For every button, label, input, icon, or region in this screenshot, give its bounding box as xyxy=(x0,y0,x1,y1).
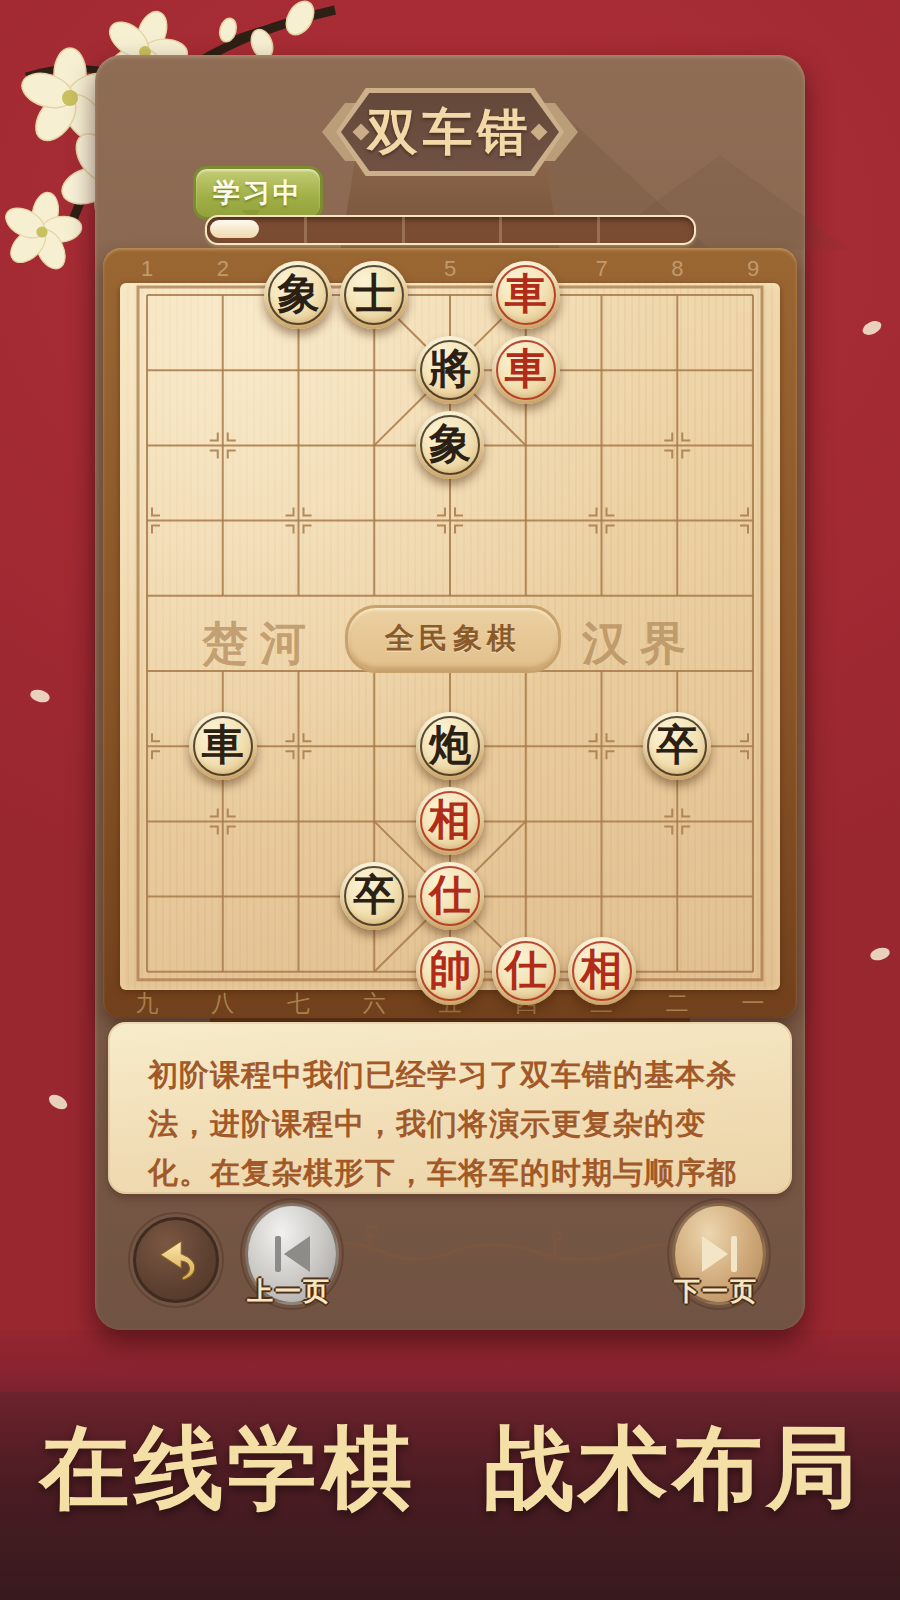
skip-forward-icon xyxy=(702,1236,737,1272)
piece-black-象[interactable]: 象 xyxy=(264,261,332,329)
piece-character: 卒 xyxy=(353,867,395,923)
next-page-label: 下一页 xyxy=(646,1274,786,1309)
lesson-text-line: 化。在复杂棋形下，车将军的时期与顺序都 xyxy=(148,1148,752,1197)
piece-black-車[interactable]: 車 xyxy=(189,712,257,780)
piece-red-帥[interactable]: 帥 xyxy=(416,937,484,1005)
piece-red-仕[interactable]: 仕 xyxy=(416,862,484,930)
status-badge-label: 学习中 xyxy=(213,175,303,211)
piece-red-車[interactable]: 車 xyxy=(492,336,560,404)
piece-black-炮[interactable]: 炮 xyxy=(416,712,484,780)
piece-black-士[interactable]: 士 xyxy=(340,261,408,329)
piece-black-將[interactable]: 將 xyxy=(416,336,484,404)
app-screen: 在线学棋 战术布局 双车错 学习中 楚河 汉界 全民象棋 123456789 九… xyxy=(0,0,900,1600)
piece-character: 卒 xyxy=(656,717,698,773)
lesson-textbox: 初阶课程中我们已经学习了双车错的基本杀 法，进阶课程中，我们将演示更复杂的变 化… xyxy=(108,1022,792,1194)
landscape-watermark xyxy=(300,1208,700,1278)
skip-back-icon xyxy=(275,1236,310,1272)
status-badge: 学习中 xyxy=(193,166,323,220)
falling-petal xyxy=(860,318,883,337)
falling-petal xyxy=(29,688,51,705)
piece-character: 將 xyxy=(429,341,471,397)
piece-red-相[interactable]: 相 xyxy=(568,937,636,1005)
lesson-title: 双车错 xyxy=(368,99,533,166)
lesson-progress-bar xyxy=(205,215,696,245)
pieces-layer: 象士車將車象車炮卒相卒仕帥仕相 xyxy=(109,257,791,1009)
falling-petal xyxy=(869,946,891,963)
piece-character: 帥 xyxy=(429,942,471,998)
piece-character: 車 xyxy=(505,341,547,397)
piece-black-卒[interactable]: 卒 xyxy=(340,862,408,930)
piece-character: 士 xyxy=(353,266,395,322)
piece-red-車[interactable]: 車 xyxy=(492,261,560,329)
prev-page-label: 上一页 xyxy=(219,1274,359,1309)
table-edge xyxy=(0,1330,900,1394)
marketing-tagline: 在线学棋 战术布局 xyxy=(0,1408,900,1530)
title-banner: 双车错 xyxy=(341,93,559,171)
piece-black-象[interactable]: 象 xyxy=(416,411,484,479)
piece-character: 相 xyxy=(429,792,471,848)
piece-character: 象 xyxy=(429,416,471,472)
lesson-text-line: 法，进阶课程中，我们将演示更复杂的变 xyxy=(148,1099,752,1148)
back-button[interactable] xyxy=(133,1217,219,1303)
piece-character: 象 xyxy=(277,266,319,322)
piece-character: 仕 xyxy=(429,867,471,923)
falling-petal xyxy=(46,1092,69,1112)
piece-black-卒[interactable]: 卒 xyxy=(643,712,711,780)
piece-red-仕[interactable]: 仕 xyxy=(492,937,560,1005)
piece-character: 車 xyxy=(202,717,244,773)
piece-character: 車 xyxy=(505,266,547,322)
piece-red-相[interactable]: 相 xyxy=(416,787,484,855)
lesson-text-line: 初阶课程中我们已经学习了双车错的基本杀 xyxy=(148,1050,752,1099)
piece-character: 仕 xyxy=(505,942,547,998)
piece-character: 相 xyxy=(581,942,623,998)
back-arrow-icon xyxy=(153,1237,199,1283)
piece-character: 炮 xyxy=(429,717,471,773)
progress-fill xyxy=(210,220,259,238)
